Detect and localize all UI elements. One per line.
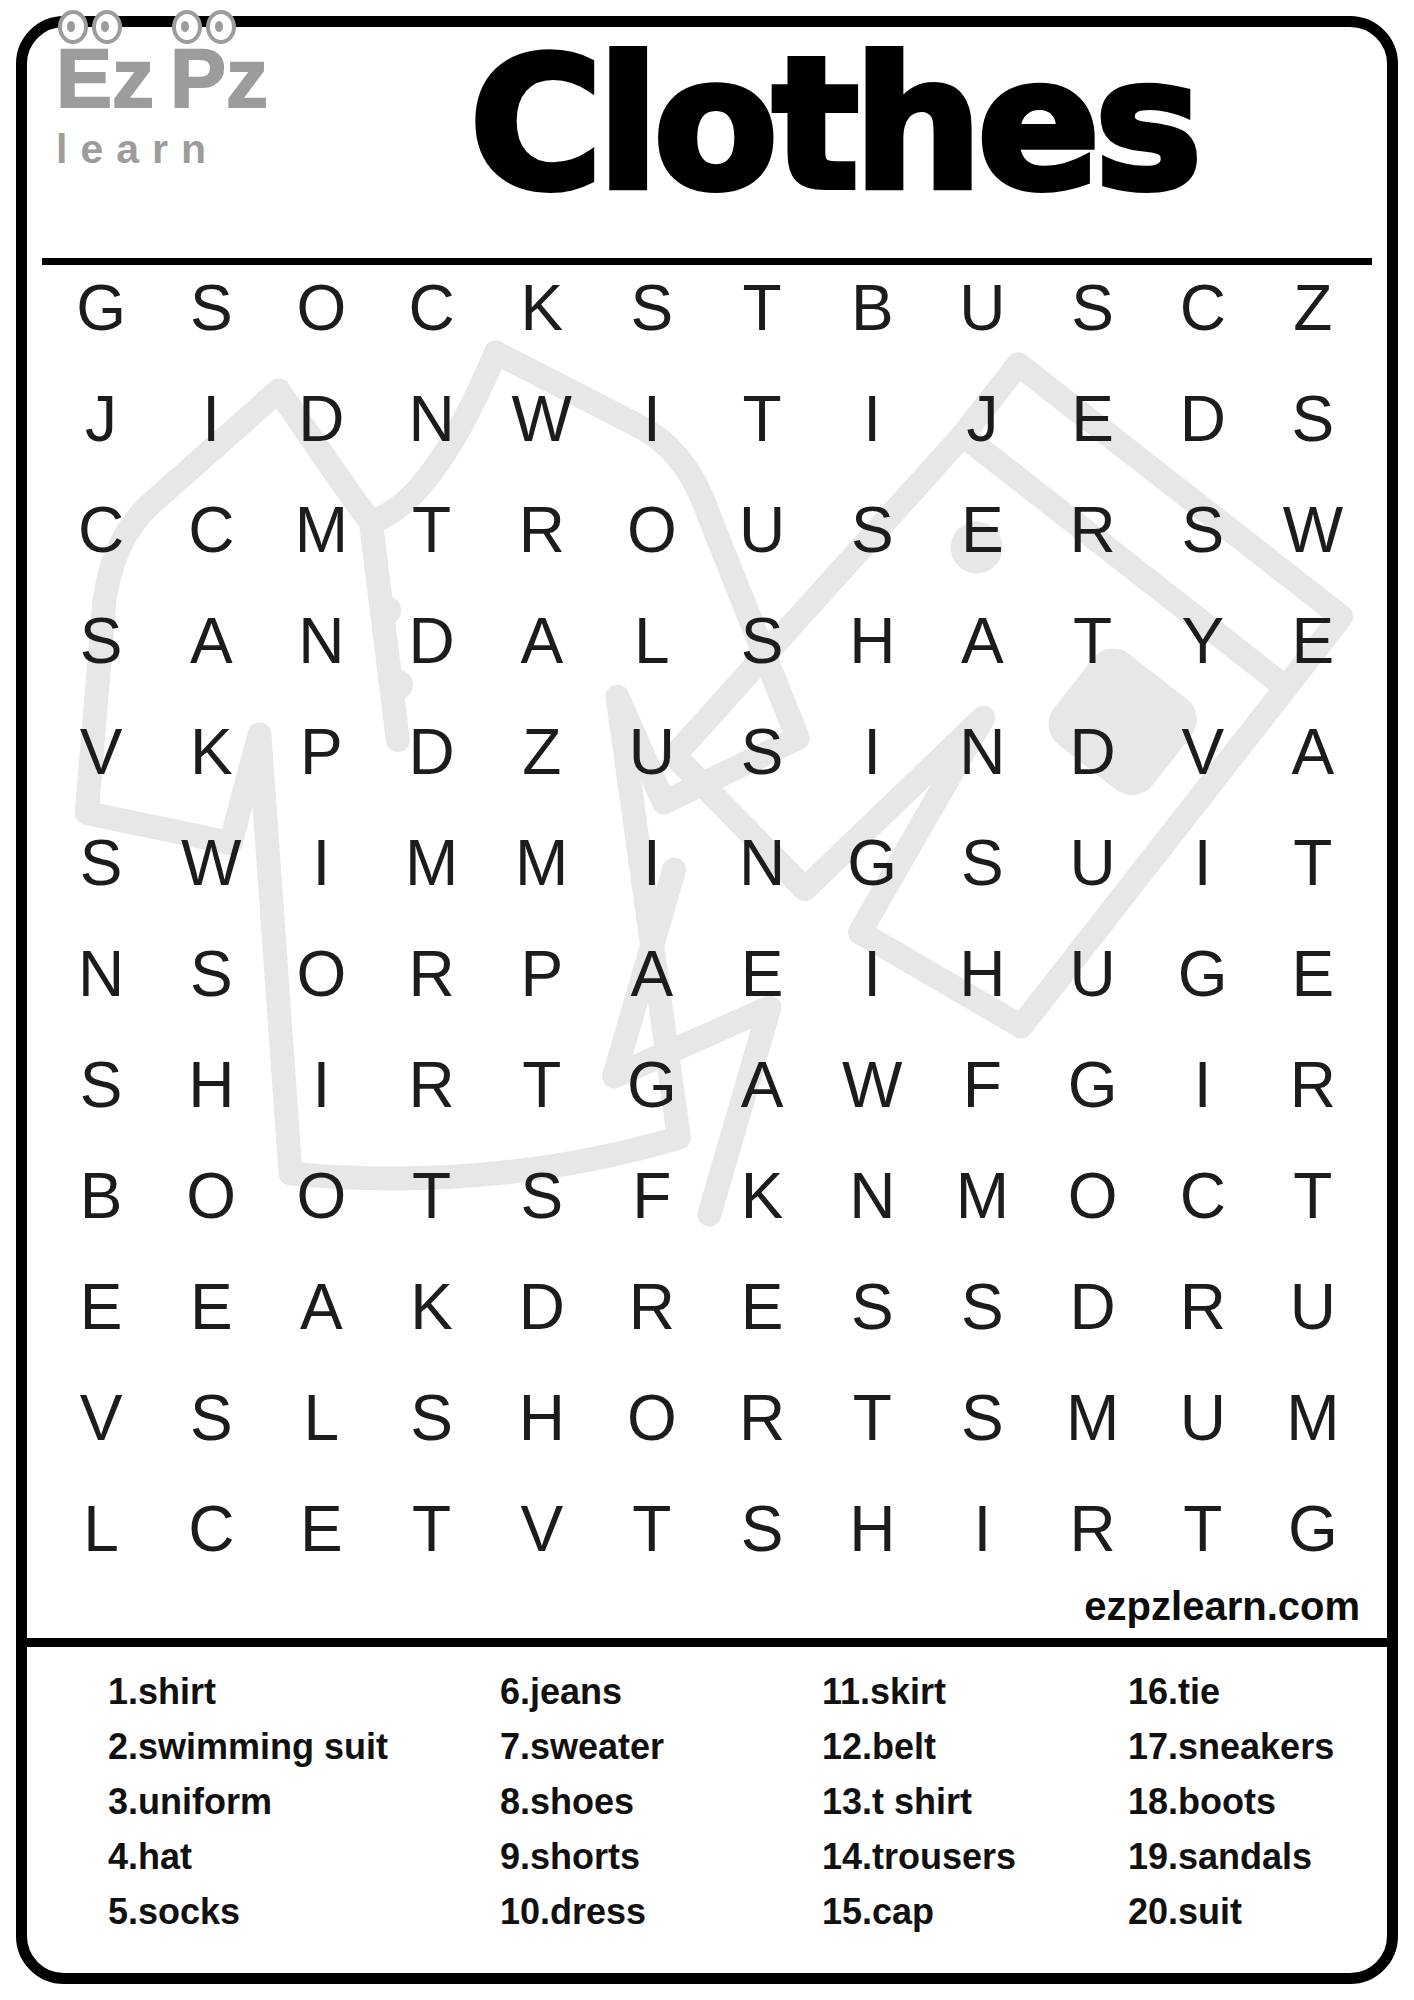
owl-eyes-icon: [58, 10, 122, 44]
grid-cell-r2-c10: E: [1037, 363, 1147, 474]
grid-cell-r2-c11: D: [1148, 363, 1258, 474]
grid-cell-r11-c5: H: [487, 1362, 597, 1473]
grid-cell-r6-c2: W: [156, 807, 266, 918]
grid-cell-r1-c5: K: [487, 252, 597, 363]
grid-cell-r12-c11: T: [1148, 1473, 1258, 1584]
grid-cell-r3-c2: C: [156, 474, 266, 585]
grid-cell-r8-c7: A: [707, 1029, 817, 1140]
grid-cell-r10-c7: E: [707, 1251, 817, 1362]
grid-cell-r2-c1: J: [46, 363, 156, 474]
grid-cell-r2-c12: S: [1258, 363, 1368, 474]
grid-cell-r4-c1: S: [46, 585, 156, 696]
grid-cell-r9-c12: T: [1258, 1140, 1368, 1251]
grid-cell-r11-c4: S: [376, 1362, 486, 1473]
grid-cell-r2-c4: N: [376, 363, 486, 474]
word-item: 2.swimming suit: [108, 1719, 388, 1774]
grid-cell-r2-c7: T: [707, 363, 817, 474]
word-list-column-3: 11.skirt12.belt13.t shirt14.trousers15.c…: [822, 1664, 1016, 1939]
grid-cell-r4-c9: A: [927, 585, 1037, 696]
grid-cell-r8-c5: T: [487, 1029, 597, 1140]
grid-cell-r4-c3: N: [266, 585, 376, 696]
grid-cell-r10-c2: E: [156, 1251, 266, 1362]
grid-cell-r9-c11: C: [1148, 1140, 1258, 1251]
logo-pz: Pz: [170, 34, 268, 122]
wordsearch-grid: GSOCKSTBUSCZJIDNWITIJEDSCCMTROUSERSWSAND…: [46, 252, 1368, 1584]
grid-cell-r11-c1: V: [46, 1362, 156, 1473]
grid-cell-r8-c8: W: [817, 1029, 927, 1140]
eye-icon: [92, 10, 122, 44]
site-credit: ezpzlearn.com: [1084, 1584, 1360, 1629]
grid-cell-r3-c8: S: [817, 474, 927, 585]
grid-cell-r10-c5: D: [487, 1251, 597, 1362]
grid-cell-r7-c7: E: [707, 918, 817, 1029]
logo-text-top: Ez Pz: [56, 34, 296, 122]
wordlist-divider: [22, 1638, 1392, 1647]
grid-cell-r9-c8: N: [817, 1140, 927, 1251]
grid-cell-r9-c5: S: [487, 1140, 597, 1251]
grid-cell-r5-c12: A: [1258, 696, 1368, 807]
grid-cell-r3-c9: E: [927, 474, 1037, 585]
grid-cell-r11-c2: S: [156, 1362, 266, 1473]
grid-cell-r7-c4: R: [376, 918, 486, 1029]
grid-cell-r2-c6: I: [597, 363, 707, 474]
word-item: 16.tie: [1128, 1664, 1334, 1719]
word-item: 10.dress: [500, 1884, 664, 1939]
grid-cell-r4-c5: A: [487, 585, 597, 696]
grid-cell-r12-c6: T: [597, 1473, 707, 1584]
word-item: 9.shorts: [500, 1829, 664, 1884]
grid-cell-r9-c7: K: [707, 1140, 817, 1251]
word-item: 8.shoes: [500, 1774, 664, 1829]
word-item: 17.sneakers: [1128, 1719, 1334, 1774]
grid-cell-r6-c1: S: [46, 807, 156, 918]
grid-cell-r7-c5: P: [487, 918, 597, 1029]
grid-cell-r1-c8: B: [817, 252, 927, 363]
grid-cell-r3-c11: S: [1148, 474, 1258, 585]
grid-cell-r1-c7: T: [707, 252, 817, 363]
grid-cell-r10-c6: R: [597, 1251, 707, 1362]
grid-cell-r8-c3: I: [266, 1029, 376, 1140]
grid-cell-r12-c5: V: [487, 1473, 597, 1584]
grid-cell-r11-c9: S: [927, 1362, 1037, 1473]
grid-cell-r10-c3: A: [266, 1251, 376, 1362]
grid-cell-r10-c9: S: [927, 1251, 1037, 1362]
grid-cell-r11-c8: T: [817, 1362, 927, 1473]
grid-cell-r10-c4: K: [376, 1251, 486, 1362]
grid-cell-r1-c6: S: [597, 252, 707, 363]
grid-cell-r3-c12: W: [1258, 474, 1368, 585]
grid-cell-r3-c7: U: [707, 474, 817, 585]
grid-cell-r7-c12: E: [1258, 918, 1368, 1029]
grid-cell-r6-c11: I: [1148, 807, 1258, 918]
grid-cell-r12-c9: I: [927, 1473, 1037, 1584]
grid-cell-r4-c2: A: [156, 585, 266, 696]
grid-cell-r1-c9: U: [927, 252, 1037, 363]
grid-cell-r3-c1: C: [46, 474, 156, 585]
grid-cell-r6-c9: S: [927, 807, 1037, 918]
grid-cell-r3-c10: R: [1037, 474, 1147, 585]
grid-cell-r9-c2: O: [156, 1140, 266, 1251]
grid-cell-r9-c10: O: [1037, 1140, 1147, 1251]
logo-pz-text: Pz: [170, 31, 268, 125]
grid-cell-r11-c10: M: [1037, 1362, 1147, 1473]
grid-cell-r5-c10: D: [1037, 696, 1147, 807]
grid-cell-r11-c11: U: [1148, 1362, 1258, 1473]
word-item: 12.belt: [822, 1719, 1016, 1774]
grid-cell-r10-c12: U: [1258, 1251, 1368, 1362]
grid-cell-r12-c10: R: [1037, 1473, 1147, 1584]
grid-cell-r2-c5: W: [487, 363, 597, 474]
grid-cell-r12-c4: T: [376, 1473, 486, 1584]
grid-cell-r3-c4: T: [376, 474, 486, 585]
grid-cell-r11-c6: O: [597, 1362, 707, 1473]
grid-cell-r8-c11: I: [1148, 1029, 1258, 1140]
word-item: 20.suit: [1128, 1884, 1334, 1939]
grid-cell-r2-c2: I: [156, 363, 266, 474]
grid-cell-r4-c7: S: [707, 585, 817, 696]
grid-cell-r3-c5: R: [487, 474, 597, 585]
grid-cell-r9-c3: O: [266, 1140, 376, 1251]
word-item: 6.jeans: [500, 1664, 664, 1719]
grid-cell-r12-c2: C: [156, 1473, 266, 1584]
grid-cell-r5-c3: P: [266, 696, 376, 807]
grid-cell-r4-c11: Y: [1148, 585, 1258, 696]
grid-cell-r8-c9: F: [927, 1029, 1037, 1140]
grid-cell-r5-c6: U: [597, 696, 707, 807]
grid-cell-r6-c4: M: [376, 807, 486, 918]
grid-cell-r4-c6: L: [597, 585, 707, 696]
grid-cell-r1-c4: C: [376, 252, 486, 363]
word-item: 13.t shirt: [822, 1774, 1016, 1829]
word-item: 11.skirt: [822, 1664, 1016, 1719]
grid-cell-r8-c1: S: [46, 1029, 156, 1140]
grid-cell-r1-c11: C: [1148, 252, 1258, 363]
grid-cell-r6-c12: T: [1258, 807, 1368, 918]
grid-cell-r3-c6: O: [597, 474, 707, 585]
grid-cell-r12-c1: L: [46, 1473, 156, 1584]
grid-cell-r4-c4: D: [376, 585, 486, 696]
grid-cell-r12-c8: H: [817, 1473, 927, 1584]
grid-cell-r6-c10: U: [1037, 807, 1147, 918]
word-item: 19.sandals: [1128, 1829, 1334, 1884]
grid-cell-r5-c8: I: [817, 696, 927, 807]
grid-cell-r8-c12: R: [1258, 1029, 1368, 1140]
logo-ez: Ez: [56, 34, 154, 122]
grid-cell-r7-c10: U: [1037, 918, 1147, 1029]
word-item: 3.uniform: [108, 1774, 388, 1829]
grid-cell-r4-c10: T: [1037, 585, 1147, 696]
grid-cell-r8-c10: G: [1037, 1029, 1147, 1140]
grid-cell-r6-c8: G: [817, 807, 927, 918]
grid-cell-r1-c10: S: [1037, 252, 1147, 363]
grid-cell-r7-c2: S: [156, 918, 266, 1029]
grid-cell-r6-c7: N: [707, 807, 817, 918]
grid-cell-r6-c5: M: [487, 807, 597, 918]
word-item: 15.cap: [822, 1884, 1016, 1939]
grid-cell-r1-c12: Z: [1258, 252, 1368, 363]
worksheet-page: Ez Pz learn Clothes: [0, 0, 1414, 2000]
grid-cell-r8-c6: G: [597, 1029, 707, 1140]
grid-cell-r12-c3: E: [266, 1473, 376, 1584]
grid-cell-r7-c3: O: [266, 918, 376, 1029]
grid-cell-r11-c12: M: [1258, 1362, 1368, 1473]
grid-cell-r9-c4: T: [376, 1140, 486, 1251]
grid-cell-r10-c1: E: [46, 1251, 156, 1362]
word-item: 14.trousers: [822, 1829, 1016, 1884]
grid-cell-r11-c3: L: [266, 1362, 376, 1473]
grid-cell-r8-c4: R: [376, 1029, 486, 1140]
word-list-column-1: 1.shirt2.swimming suit3.uniform4.hat5.so…: [108, 1664, 388, 1939]
grid-cell-r4-c12: E: [1258, 585, 1368, 696]
grid-cell-r12-c7: S: [707, 1473, 817, 1584]
grid-cell-r8-c2: H: [156, 1029, 266, 1140]
grid-cell-r5-c11: V: [1148, 696, 1258, 807]
word-item: 5.socks: [108, 1884, 388, 1939]
grid-cell-r6-c6: I: [597, 807, 707, 918]
grid-cell-r7-c11: G: [1148, 918, 1258, 1029]
grid-cell-r2-c8: I: [817, 363, 927, 474]
grid-cell-r9-c9: M: [927, 1140, 1037, 1251]
grid-cell-r9-c1: B: [46, 1140, 156, 1251]
eye-icon: [206, 10, 236, 44]
grid-cell-r10-c8: S: [817, 1251, 927, 1362]
grid-cell-r2-c3: D: [266, 363, 376, 474]
grid-cell-r3-c3: M: [266, 474, 376, 585]
ezpz-logo: Ez Pz learn: [56, 34, 296, 173]
grid-cell-r1-c3: O: [266, 252, 376, 363]
grid-cell-r11-c7: R: [707, 1362, 817, 1473]
grid-cell-r7-c8: I: [817, 918, 927, 1029]
grid-cell-r7-c6: A: [597, 918, 707, 1029]
word-item: 18.boots: [1128, 1774, 1334, 1829]
word-item: 7.sweater: [500, 1719, 664, 1774]
eye-icon: [58, 10, 88, 44]
grid-cell-r4-c8: H: [817, 585, 927, 696]
grid-cell-r6-c3: I: [266, 807, 376, 918]
grid-cell-r7-c9: H: [927, 918, 1037, 1029]
grid-cell-r10-c11: R: [1148, 1251, 1258, 1362]
word-list-column-2: 6.jeans7.sweater8.shoes9.shorts10.dress: [500, 1664, 664, 1939]
word-item: 4.hat: [108, 1829, 388, 1884]
grid-cell-r1-c1: G: [46, 252, 156, 363]
word-list: 1.shirt2.swimming suit3.uniform4.hat5.so…: [0, 1664, 1414, 1954]
grid-cell-r5-c9: N: [927, 696, 1037, 807]
grid-cell-r5-c5: Z: [487, 696, 597, 807]
logo-ez-text: Ez: [56, 31, 154, 125]
grid-cell-r1-c2: S: [156, 252, 266, 363]
grid-cell-r5-c2: K: [156, 696, 266, 807]
grid-cell-r5-c7: S: [707, 696, 817, 807]
logo-learn-text: learn: [56, 126, 296, 173]
eye-icon: [172, 10, 202, 44]
grid-cell-r12-c12: G: [1258, 1473, 1368, 1584]
grid-cell-r9-c6: F: [597, 1140, 707, 1251]
grid-cell-r10-c10: D: [1037, 1251, 1147, 1362]
word-list-column-4: 16.tie17.sneakers18.boots19.sandals20.su…: [1128, 1664, 1334, 1939]
grid-cell-r5-c1: V: [46, 696, 156, 807]
owl-eyes-icon: [172, 10, 236, 44]
grid-cell-r2-c9: J: [927, 363, 1037, 474]
word-item: 1.shirt: [108, 1664, 388, 1719]
grid-cell-r5-c4: D: [376, 696, 486, 807]
grid-cell-r7-c1: N: [46, 918, 156, 1029]
